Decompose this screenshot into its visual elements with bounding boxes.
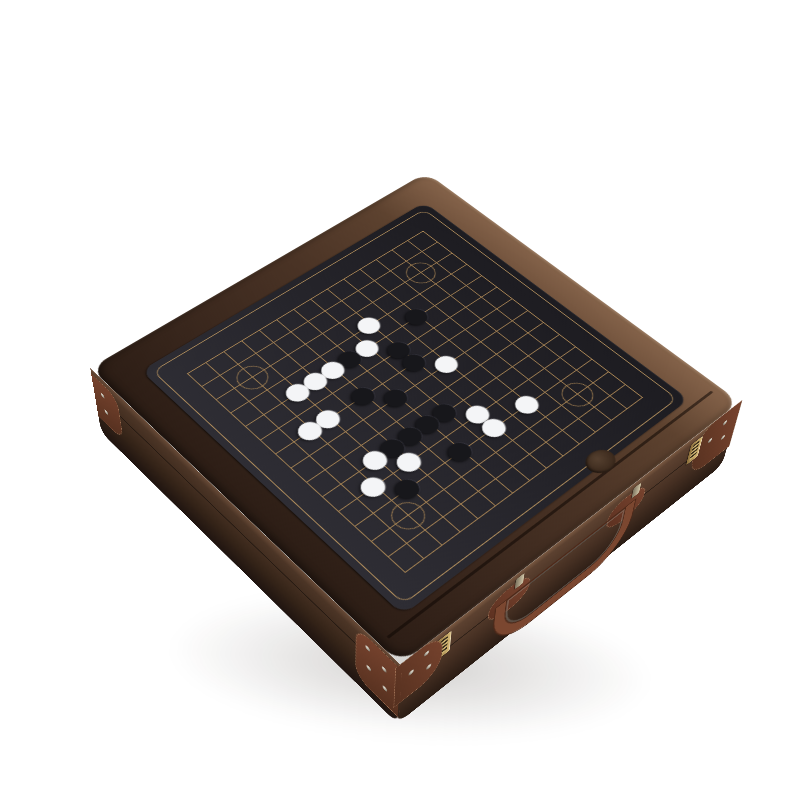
black-stone[interactable]: ● xyxy=(391,473,428,502)
intersection[interactable] xyxy=(214,400,247,425)
grid-cell xyxy=(332,383,365,407)
grid-cell xyxy=(275,442,309,468)
intersection[interactable] xyxy=(280,403,313,428)
intersection[interactable] xyxy=(321,497,356,525)
grid-cell xyxy=(361,434,395,460)
intersection[interactable]: ● xyxy=(296,417,329,442)
intersection[interactable]: ● xyxy=(394,447,428,473)
intersection[interactable] xyxy=(563,431,596,457)
intersection[interactable] xyxy=(329,418,362,443)
intersection[interactable] xyxy=(496,427,529,453)
grid-cell xyxy=(279,417,312,442)
grid-cell xyxy=(480,403,513,428)
grid-cell xyxy=(407,531,442,560)
intersection[interactable]: ● xyxy=(463,401,496,426)
white-stone[interactable]: ● xyxy=(511,390,546,416)
intersection[interactable] xyxy=(409,488,444,515)
grid-cell xyxy=(355,514,390,542)
intersection[interactable] xyxy=(331,394,364,419)
intersection[interactable] xyxy=(480,389,513,414)
intersection[interactable] xyxy=(391,501,426,529)
intersection[interactable] xyxy=(247,402,280,427)
grid-cell xyxy=(562,419,595,444)
grid-cell xyxy=(529,443,563,469)
intersection[interactable] xyxy=(354,527,389,556)
white-stone[interactable]: ● xyxy=(294,416,330,443)
grid-cell xyxy=(348,396,381,421)
black-stone[interactable]: ● xyxy=(412,409,447,436)
intersection[interactable] xyxy=(289,468,323,495)
grid-cell xyxy=(341,472,375,499)
intersection[interactable] xyxy=(444,490,479,517)
intersection[interactable] xyxy=(185,374,218,398)
grid-cell xyxy=(294,430,328,456)
intersection[interactable] xyxy=(429,424,462,450)
intersection[interactable] xyxy=(410,461,444,488)
intersection[interactable] xyxy=(595,407,628,432)
intersection[interactable] xyxy=(478,492,513,519)
grid-cell xyxy=(234,378,267,402)
intersection[interactable] xyxy=(611,396,644,421)
intersection[interactable] xyxy=(462,425,495,451)
intersection[interactable] xyxy=(428,449,462,475)
intersection[interactable] xyxy=(546,443,580,469)
grid-cell xyxy=(395,436,429,462)
intersection[interactable] xyxy=(513,441,547,467)
intersection[interactable] xyxy=(462,451,496,477)
intersection[interactable] xyxy=(347,407,380,432)
intersection[interactable] xyxy=(446,412,479,437)
black-stone[interactable]: ● xyxy=(395,421,431,448)
grid-cell xyxy=(479,453,513,479)
intersection[interactable] xyxy=(298,392,331,417)
grid-cell xyxy=(371,529,406,558)
grid-cell xyxy=(447,401,480,426)
intersection[interactable] xyxy=(342,458,376,485)
intersection[interactable]: ● xyxy=(360,446,394,472)
intersection[interactable]: ● xyxy=(430,399,463,424)
grid-cell xyxy=(426,490,461,517)
grid-cell xyxy=(410,476,444,503)
grid-cell xyxy=(282,392,315,417)
grid-cell xyxy=(496,441,530,467)
intersection[interactable] xyxy=(513,467,547,494)
intersection[interactable] xyxy=(427,475,461,502)
grid-cell xyxy=(365,384,398,408)
grid-cell xyxy=(529,393,562,418)
grid-cell xyxy=(478,479,512,506)
intersection[interactable] xyxy=(579,419,612,444)
grid-cell xyxy=(363,409,396,434)
intersection[interactable] xyxy=(562,406,595,431)
intersection[interactable]: ● xyxy=(413,410,446,435)
grid-cell xyxy=(461,465,495,492)
grid-cell xyxy=(398,386,431,411)
intersection[interactable] xyxy=(513,416,546,441)
black-stone[interactable]: ● xyxy=(444,436,480,464)
white-stone[interactable]: ● xyxy=(357,471,394,500)
white-stone[interactable]: ● xyxy=(283,378,318,404)
grid-cell xyxy=(463,414,496,439)
intersection[interactable] xyxy=(293,442,327,468)
grid-cell xyxy=(408,503,443,531)
intersection[interactable] xyxy=(406,544,442,573)
intersection[interactable] xyxy=(266,390,299,415)
intersection[interactable]: ● xyxy=(349,382,382,406)
intersection[interactable] xyxy=(229,413,262,438)
intersection[interactable] xyxy=(529,429,562,455)
intersection[interactable] xyxy=(308,456,342,483)
grid-cell xyxy=(379,422,412,448)
intersection[interactable] xyxy=(244,427,278,453)
grid-cell xyxy=(446,426,479,452)
white-stone[interactable]: ● xyxy=(462,400,497,427)
intersection[interactable]: ● xyxy=(396,422,429,448)
intersection[interactable] xyxy=(218,376,251,400)
grid-cell xyxy=(513,429,546,455)
intersection[interactable] xyxy=(546,417,579,442)
grid-cell xyxy=(291,456,325,483)
grid-cell xyxy=(430,412,463,437)
intersection[interactable] xyxy=(479,439,513,465)
black-stone[interactable]: ● xyxy=(348,382,383,408)
intersection[interactable]: ● xyxy=(512,391,545,416)
grid-cell xyxy=(396,411,429,436)
grid-cell xyxy=(545,406,578,431)
grid-cell xyxy=(388,544,424,573)
intersection[interactable] xyxy=(426,503,461,531)
corner-mark-circle xyxy=(384,497,433,536)
intersection[interactable] xyxy=(233,389,266,414)
grid-cell xyxy=(496,391,529,416)
grid-cell xyxy=(462,439,496,465)
grid-cell xyxy=(312,419,345,444)
grid-cell xyxy=(444,478,478,505)
grid-cell xyxy=(546,431,579,457)
grid-cell xyxy=(479,427,512,453)
intersection[interactable] xyxy=(372,514,407,542)
intersection[interactable] xyxy=(479,465,513,492)
white-stone[interactable]: ● xyxy=(359,445,395,473)
intersection[interactable] xyxy=(529,404,562,429)
grid-cell xyxy=(328,432,362,458)
intersection[interactable] xyxy=(277,429,311,455)
intersection[interactable] xyxy=(262,415,295,440)
grid-cell xyxy=(343,446,377,472)
intersection[interactable]: ● xyxy=(382,384,415,408)
white-stone[interactable]: ● xyxy=(313,404,348,431)
grid-cell xyxy=(414,399,447,424)
grid-cell xyxy=(381,397,414,422)
intersection[interactable] xyxy=(461,477,495,504)
grid-cell xyxy=(461,492,496,519)
intersection[interactable]: ● xyxy=(314,405,347,430)
intersection[interactable] xyxy=(496,402,529,427)
intersection[interactable] xyxy=(374,486,409,513)
intersection[interactable] xyxy=(200,387,233,412)
grid-cell xyxy=(463,389,496,414)
intersection[interactable] xyxy=(460,504,495,532)
grid-cell xyxy=(529,417,562,442)
grid-cell xyxy=(300,381,333,405)
grid-cell xyxy=(260,429,294,455)
grid-cell xyxy=(431,388,464,413)
intersection[interactable] xyxy=(274,454,308,481)
grid-cell xyxy=(578,408,611,433)
intersection[interactable] xyxy=(340,484,375,511)
intersection[interactable] xyxy=(311,430,345,456)
grid-cell xyxy=(562,395,595,420)
intersection[interactable] xyxy=(376,460,410,487)
intersection[interactable] xyxy=(447,388,480,413)
grid-cell xyxy=(338,499,373,527)
grid-cell xyxy=(309,444,343,470)
grid-cell xyxy=(445,451,479,477)
intersection[interactable] xyxy=(496,453,530,479)
grid-cell xyxy=(411,449,445,475)
grid-cell xyxy=(249,390,282,415)
grid-cell xyxy=(425,518,460,546)
grid-cell xyxy=(377,448,411,474)
grid-cell xyxy=(428,437,462,463)
intersection[interactable] xyxy=(344,432,378,458)
intersection[interactable]: ● xyxy=(358,472,392,499)
black-stone[interactable]: ● xyxy=(381,383,416,409)
intersection[interactable] xyxy=(370,542,406,571)
grid-cell xyxy=(202,376,235,400)
grid-cell xyxy=(315,394,348,419)
grid-cell xyxy=(513,455,547,481)
intersection[interactable] xyxy=(443,517,478,545)
grid-cell xyxy=(216,389,249,414)
grid-cell xyxy=(496,467,530,494)
grid-cell xyxy=(427,463,461,490)
intersection[interactable] xyxy=(259,440,293,466)
grid-cell xyxy=(325,458,359,485)
grid-cell xyxy=(245,415,278,440)
intersection[interactable] xyxy=(362,420,395,445)
intersection[interactable] xyxy=(305,483,340,510)
intersection[interactable] xyxy=(412,436,446,462)
intersection[interactable]: ● xyxy=(479,414,512,439)
intersection[interactable] xyxy=(444,463,478,490)
intersection[interactable] xyxy=(424,530,459,559)
thumb-notch xyxy=(579,445,621,478)
intersection[interactable] xyxy=(356,499,391,527)
intersection[interactable] xyxy=(316,381,349,405)
grid-cell xyxy=(412,424,445,450)
grid-cell xyxy=(375,474,409,501)
intersection[interactable] xyxy=(578,394,611,419)
intersection[interactable]: ● xyxy=(284,379,317,403)
grid-cell xyxy=(359,460,393,487)
intersection[interactable] xyxy=(326,444,360,470)
grid-cell xyxy=(373,501,408,529)
grid-cell xyxy=(346,420,379,446)
intersection[interactable] xyxy=(251,377,284,401)
grid-cell xyxy=(264,404,297,429)
grid-cell xyxy=(330,407,363,432)
grid-cell xyxy=(231,402,264,427)
grid-cell xyxy=(322,485,357,512)
grid-cell xyxy=(393,462,427,489)
intersection[interactable] xyxy=(414,386,447,410)
intersection[interactable]: ● xyxy=(392,474,426,501)
intersection[interactable] xyxy=(387,557,423,586)
intersection[interactable] xyxy=(545,393,578,418)
intersection[interactable] xyxy=(496,479,530,506)
white-stone[interactable]: ● xyxy=(393,447,429,475)
black-stone[interactable]: ● xyxy=(377,433,413,461)
intersection[interactable] xyxy=(380,409,413,434)
grid-cell xyxy=(496,416,529,441)
intersection[interactable] xyxy=(530,455,564,481)
intersection[interactable] xyxy=(364,395,397,420)
intersection[interactable]: ● xyxy=(445,437,479,463)
product-photo-stage: ●●●●●●●●●●●●●●●●●●●●●●●●●● xyxy=(0,0,800,800)
intersection[interactable] xyxy=(389,529,424,558)
grid-cell xyxy=(513,404,546,429)
intersection[interactable] xyxy=(324,470,358,497)
intersection[interactable] xyxy=(407,515,442,543)
intersection[interactable] xyxy=(337,512,372,540)
intersection[interactable]: ● xyxy=(378,434,412,460)
intersection[interactable] xyxy=(397,397,430,422)
grid-cell xyxy=(594,396,627,421)
grid-cell xyxy=(297,405,330,430)
grid-cell xyxy=(267,379,300,403)
grid-cell xyxy=(392,488,427,515)
black-stone[interactable]: ● xyxy=(429,398,464,425)
grid-cell xyxy=(443,505,478,533)
grid-cell xyxy=(390,516,425,544)
grid-cell xyxy=(357,486,392,513)
white-stone[interactable]: ● xyxy=(478,413,513,440)
grid-cell xyxy=(306,470,340,497)
